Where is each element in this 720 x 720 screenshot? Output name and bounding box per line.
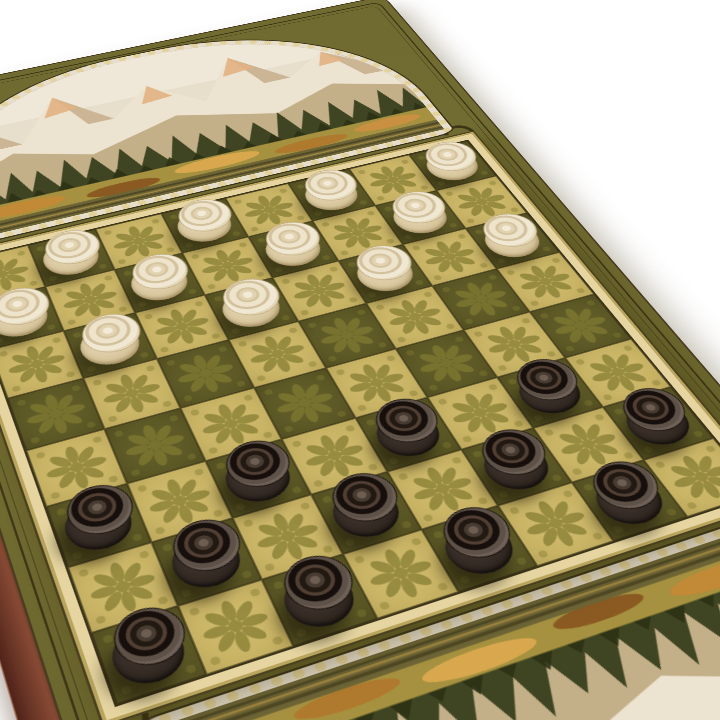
checkers-board-box	[0, 0, 720, 720]
board-face	[0, 0, 720, 720]
photo-stage	[0, 0, 720, 720]
